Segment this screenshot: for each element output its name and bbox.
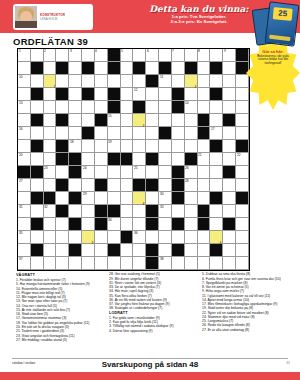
- grid-cell[interactable]: [82, 244, 95, 257]
- grid-cell[interactable]: 18: [69, 140, 82, 153]
- grid-cell[interactable]: [146, 114, 159, 127]
- grid-cell[interactable]: [236, 127, 249, 140]
- grid-cell-black: [172, 88, 185, 101]
- grid-cell-yellow[interactable]: 2: [185, 75, 198, 88]
- clue-column: 5. Dubbas så små ska förstå (8)6. Fumla …: [202, 272, 290, 357]
- grid-cell[interactable]: [236, 88, 249, 101]
- grid-cell[interactable]: [198, 231, 211, 244]
- grid-cell[interactable]: [82, 140, 95, 153]
- grid-cell[interactable]: [185, 88, 198, 101]
- grid-cell[interactable]: [44, 244, 57, 257]
- grid-cell[interactable]: [108, 75, 121, 88]
- clue-number: 15: [108, 114, 112, 117]
- clue-number: 27: [19, 179, 23, 182]
- grid-cell[interactable]: [185, 127, 198, 140]
- grid-cell[interactable]: [95, 192, 108, 205]
- grid-cell[interactable]: [223, 192, 236, 205]
- grid-cell[interactable]: [82, 257, 95, 270]
- grid-cell[interactable]: [198, 62, 211, 75]
- grid-cell[interactable]: 6: [146, 49, 159, 62]
- grid-cell[interactable]: 34: [108, 218, 121, 231]
- grid-cell[interactable]: [56, 231, 69, 244]
- grid-cell[interactable]: [56, 75, 69, 88]
- prize-info: Detta kan du vinna: 1:a pris: Två Sverig…: [138, 4, 260, 32]
- grid-cell[interactable]: 12: [133, 88, 146, 101]
- grid-cell-yellow[interactable]: 6: [210, 231, 223, 244]
- grid-cell[interactable]: [18, 114, 31, 127]
- grid-cell[interactable]: [172, 153, 185, 166]
- grid-cell[interactable]: [121, 205, 134, 218]
- grid-cell[interactable]: [198, 179, 211, 192]
- grid-cell[interactable]: [44, 231, 57, 244]
- grid-cell[interactable]: [223, 101, 236, 114]
- grid-cell-black: [185, 62, 198, 75]
- grid-cell[interactable]: [172, 127, 185, 140]
- grid-cell[interactable]: 13: [18, 101, 31, 114]
- grid-cell[interactable]: [121, 257, 134, 270]
- clue-number: 16: [19, 127, 23, 130]
- grid-cell[interactable]: [146, 192, 159, 205]
- grid-cell[interactable]: [185, 231, 198, 244]
- grid-cell[interactable]: [56, 244, 69, 257]
- grid-cell[interactable]: [82, 114, 95, 127]
- grid-cell[interactable]: [82, 205, 95, 218]
- grid-cell-black: [133, 62, 146, 75]
- grid-cell[interactable]: [95, 166, 108, 179]
- clue-number: 34: [108, 218, 112, 221]
- grid-cell-black: [95, 205, 108, 218]
- grid-cell[interactable]: [69, 62, 82, 75]
- lottery-ticket-front: 25: [265, 1, 300, 46]
- clue-number: 8: [198, 49, 200, 52]
- grid-cell[interactable]: [185, 140, 198, 153]
- grid-cell-black: [56, 62, 69, 75]
- grid-cell[interactable]: [69, 75, 82, 88]
- grid-cell[interactable]: [108, 127, 121, 140]
- grid-cell[interactable]: [82, 179, 95, 192]
- grid-cell-yellow[interactable]: 3: [133, 114, 146, 127]
- grid-cell-black: [31, 88, 44, 101]
- grid-cell[interactable]: [121, 62, 134, 75]
- grid-cell[interactable]: [236, 101, 249, 114]
- grid-cell[interactable]: [18, 244, 31, 257]
- grid-cell-black: [146, 205, 159, 218]
- grid-cell[interactable]: [44, 127, 57, 140]
- clue-number: 19: [108, 140, 112, 143]
- grid-cell-black: [56, 114, 69, 127]
- grid-cell[interactable]: 11: [159, 75, 172, 88]
- grid-cell[interactable]: [82, 153, 95, 166]
- grid-cell[interactable]: [31, 127, 44, 140]
- grid-cell-black: [210, 88, 223, 101]
- clue-number: 29: [83, 192, 87, 195]
- grid-cell[interactable]: [31, 75, 44, 88]
- grid-cell[interactable]: 26: [185, 166, 198, 179]
- grid-cell[interactable]: [223, 75, 236, 88]
- grid-cell-black: [198, 127, 211, 140]
- grid-cell[interactable]: 24: [82, 166, 95, 179]
- clue-number: 24: [83, 166, 87, 169]
- grid-cell[interactable]: [185, 49, 198, 62]
- grid-cell-black: [44, 192, 57, 205]
- grid-cell[interactable]: [198, 88, 211, 101]
- grid-cell[interactable]: [159, 101, 172, 114]
- clue-number: 37: [19, 257, 23, 260]
- grid-cell[interactable]: [133, 257, 146, 270]
- grid-cell[interactable]: [159, 231, 172, 244]
- grid-cell[interactable]: [236, 218, 249, 231]
- grid-cell[interactable]: [44, 62, 57, 75]
- grid-cell-black: [31, 114, 44, 127]
- grid-cell[interactable]: [95, 62, 108, 75]
- grid-cell[interactable]: 37: [18, 257, 31, 270]
- clue-number: 35: [19, 231, 23, 234]
- grid-cell[interactable]: [185, 218, 198, 231]
- grid-cell[interactable]: [108, 192, 121, 205]
- grid-cell[interactable]: [121, 101, 134, 114]
- grid-cell[interactable]: [18, 218, 31, 231]
- grid-cell[interactable]: [121, 127, 134, 140]
- clue-number: 33: [160, 205, 164, 208]
- grid-cell[interactable]: [44, 257, 57, 270]
- crossword-grid[interactable]: 1234567891011121213141531617181920212223…: [17, 48, 250, 271]
- grid-cell[interactable]: [159, 140, 172, 153]
- grid-cell-black: [210, 244, 223, 257]
- grid-cell[interactable]: [82, 218, 95, 231]
- grid-cell[interactable]: [223, 62, 236, 75]
- grid-cell-black: [69, 166, 82, 179]
- grid-cell[interactable]: [223, 153, 236, 166]
- grid-cell[interactable]: [172, 140, 185, 153]
- grid-cell[interactable]: [56, 257, 69, 270]
- grid-cell[interactable]: [108, 166, 121, 179]
- grid-cell[interactable]: 17: [210, 127, 223, 140]
- grid-cell[interactable]: 2: [44, 49, 57, 62]
- grid-cell[interactable]: [121, 75, 134, 88]
- grid-cell[interactable]: [44, 218, 57, 231]
- grid-cell[interactable]: 35: [18, 231, 31, 244]
- grid-cell[interactable]: 33: [159, 205, 172, 218]
- grid-cell[interactable]: [31, 101, 44, 114]
- grid-cell[interactable]: [223, 231, 236, 244]
- grid-cell[interactable]: 4: [95, 49, 108, 62]
- grid-cell[interactable]: [223, 140, 236, 153]
- grid-cell[interactable]: [56, 101, 69, 114]
- clue-number: 22: [237, 153, 241, 156]
- grid-cell[interactable]: [95, 153, 108, 166]
- grid-cell[interactable]: [82, 101, 95, 114]
- avatar-torso: [15, 21, 37, 28]
- grid-cell-yellow[interactable]: 1: [44, 75, 57, 88]
- grid-cell-black: [108, 49, 121, 62]
- page-number: 33: [283, 361, 290, 367]
- grid-cell[interactable]: [210, 179, 223, 192]
- grid-cell[interactable]: [69, 114, 82, 127]
- grid-cell[interactable]: [56, 166, 69, 179]
- grid-cell[interactable]: [69, 179, 82, 192]
- grid-cell[interactable]: [198, 244, 211, 257]
- grid-cell[interactable]: [121, 179, 134, 192]
- clue-number: 23: [44, 166, 48, 169]
- grid-cell[interactable]: [69, 127, 82, 140]
- grid-cell[interactable]: 16: [18, 127, 31, 140]
- grid-cell[interactable]: [108, 179, 121, 192]
- grid-cell[interactable]: [210, 75, 223, 88]
- starburst-body: Bokstäverna i de gula rutorna bildar här…: [257, 54, 289, 65]
- grid-cell[interactable]: [210, 114, 223, 127]
- grid-cell[interactable]: [236, 179, 249, 192]
- grid-cell-black: [223, 166, 236, 179]
- grid-cell[interactable]: [159, 179, 172, 192]
- grid-cell[interactable]: [31, 179, 44, 192]
- grid-cell[interactable]: 25: [133, 166, 146, 179]
- grid-cell-black: [18, 166, 31, 179]
- grid-cell[interactable]: [159, 244, 172, 257]
- grid-cell[interactable]: [133, 205, 146, 218]
- grid-cell[interactable]: 7: [172, 49, 185, 62]
- grid-cell[interactable]: [210, 257, 223, 270]
- grid-cell-black: [159, 62, 172, 75]
- clue-number: 38: [160, 257, 164, 260]
- grid-cell[interactable]: [236, 257, 249, 270]
- grid-cell[interactable]: [69, 205, 82, 218]
- grid-cell[interactable]: [172, 205, 185, 218]
- grid-cell[interactable]: 20: [18, 153, 31, 166]
- grid-cell[interactable]: [133, 153, 146, 166]
- grid-cell[interactable]: [210, 218, 223, 231]
- grid-cell[interactable]: 29: [82, 192, 95, 205]
- grid-cell[interactable]: [159, 49, 172, 62]
- grid-cell[interactable]: [121, 218, 134, 231]
- grid-cell[interactable]: 10: [18, 75, 31, 88]
- grid-cell[interactable]: [18, 88, 31, 101]
- grid-cell[interactable]: [121, 166, 134, 179]
- clue-number: 12: [134, 88, 138, 91]
- grid-cell[interactable]: [44, 140, 57, 153]
- grid-cell[interactable]: [108, 231, 121, 244]
- grid-cell[interactable]: [44, 153, 57, 166]
- grid-cell[interactable]: [223, 244, 236, 257]
- grid-cell[interactable]: [95, 257, 108, 270]
- grid-cell[interactable]: [159, 166, 172, 179]
- grid-cell[interactable]: [146, 88, 159, 101]
- grid-cell[interactable]: [133, 49, 146, 62]
- grid-cell[interactable]: 5: [121, 49, 134, 62]
- grid-cell[interactable]: [198, 166, 211, 179]
- grid-cell[interactable]: [223, 257, 236, 270]
- grid-cell[interactable]: [146, 101, 159, 114]
- clue-number: 10: [19, 75, 23, 78]
- grid-cell[interactable]: [159, 114, 172, 127]
- grid-cell-black: [198, 218, 211, 231]
- grid-cell[interactable]: [146, 140, 159, 153]
- grid-cell[interactable]: [95, 75, 108, 88]
- grid-cell[interactable]: [56, 49, 69, 62]
- grid-cell-black: [236, 192, 249, 205]
- grid-cell[interactable]: [198, 192, 211, 205]
- grid-cell[interactable]: [18, 140, 31, 153]
- grid-cell-black: [172, 179, 185, 192]
- grid-cell[interactable]: [56, 192, 69, 205]
- grid-cell[interactable]: [146, 231, 159, 244]
- grid-cell[interactable]: [172, 231, 185, 244]
- grid-cell-black: [69, 244, 82, 257]
- grid-cell[interactable]: 19: [108, 140, 121, 153]
- grid-cell[interactable]: [44, 88, 57, 101]
- grid-cell[interactable]: 9: [223, 49, 236, 62]
- grid-cell-black: [31, 62, 44, 75]
- grid-cell-yellow[interactable]: 4: [133, 192, 146, 205]
- grid-cell[interactable]: [56, 218, 69, 231]
- grid-cell[interactable]: 28: [185, 179, 198, 192]
- grid-cell-yellow[interactable]: 5: [82, 231, 95, 244]
- grid-cell-black: [133, 101, 146, 114]
- grid-cell[interactable]: [185, 114, 198, 127]
- grid-cell[interactable]: [159, 153, 172, 166]
- grid-cell[interactable]: [121, 244, 134, 257]
- grid-cell[interactable]: [210, 153, 223, 166]
- grid-cell[interactable]: [172, 114, 185, 127]
- grid-cell[interactable]: 30: [159, 192, 172, 205]
- grid-cell-black: [133, 179, 146, 192]
- grid-cell[interactable]: 21: [198, 153, 211, 166]
- grid-cell[interactable]: [69, 231, 82, 244]
- grid-cell[interactable]: [95, 101, 108, 114]
- grid-cell[interactable]: [236, 75, 249, 88]
- grid-cell[interactable]: [133, 218, 146, 231]
- clue-number: 30: [160, 192, 164, 195]
- grid-cell[interactable]: [133, 75, 146, 88]
- grid-cell[interactable]: [95, 244, 108, 257]
- grid-cell[interactable]: [95, 231, 108, 244]
- grid-cell[interactable]: [223, 88, 236, 101]
- grid-cell[interactable]: [121, 88, 134, 101]
- grid-cell[interactable]: [31, 49, 44, 62]
- grid-cell[interactable]: [223, 179, 236, 192]
- grid-cell[interactable]: 32: [44, 205, 57, 218]
- grid-cell[interactable]: [210, 205, 223, 218]
- grid-cell-black: [69, 153, 82, 166]
- grid-cell[interactable]: [236, 114, 249, 127]
- grid-cell[interactable]: [185, 205, 198, 218]
- grid-cell-black: [236, 140, 249, 153]
- clue-number: 20: [19, 153, 23, 156]
- grid-cell[interactable]: [172, 62, 185, 75]
- grid-cell[interactable]: 3: [69, 49, 82, 62]
- grid-cell[interactable]: [31, 153, 44, 166]
- grid-cell[interactable]: 23: [44, 166, 57, 179]
- grid-cell[interactable]: 14: [185, 101, 198, 114]
- grid-cell[interactable]: [95, 88, 108, 101]
- grid-cell[interactable]: [185, 257, 198, 270]
- grid-cell[interactable]: 38: [159, 257, 172, 270]
- grid-cell[interactable]: [95, 140, 108, 153]
- grid-cell[interactable]: [56, 127, 69, 140]
- grid-cell[interactable]: [198, 140, 211, 153]
- grid-cell[interactable]: [198, 75, 211, 88]
- grid-cell[interactable]: [146, 127, 159, 140]
- grid-cell-black: [146, 218, 159, 231]
- grid-cell-black: [146, 244, 159, 257]
- grid-cell[interactable]: [236, 231, 249, 244]
- grid-cell[interactable]: [133, 127, 146, 140]
- grid-cell[interactable]: 22: [236, 153, 249, 166]
- grid-cell[interactable]: [69, 257, 82, 270]
- grid-cell[interactable]: [82, 75, 95, 88]
- grid-cell[interactable]: 31: [18, 205, 31, 218]
- grid-cell[interactable]: 36: [133, 231, 146, 244]
- grid-cell[interactable]: 15: [108, 114, 121, 127]
- grid-cell[interactable]: [108, 257, 121, 270]
- grid-cell-black: [172, 244, 185, 257]
- grid-cell[interactable]: [18, 192, 31, 205]
- grid-cell-black: [210, 62, 223, 75]
- grid-cell[interactable]: [185, 244, 198, 257]
- clue-number: 11: [160, 75, 163, 78]
- grid-cell[interactable]: [210, 166, 223, 179]
- grid-cell[interactable]: [172, 257, 185, 270]
- clue-section-header: VÅGRÄTT: [16, 273, 104, 277]
- prize-line-2: 2:a-3:e pris: En Sverigelott.: [165, 19, 232, 24]
- grid-cell[interactable]: [18, 62, 31, 75]
- grid-cell[interactable]: [210, 49, 223, 62]
- grid-cell[interactable]: [82, 49, 95, 62]
- grid-cell[interactable]: [159, 88, 172, 101]
- grid-cell[interactable]: [44, 101, 57, 114]
- grid-cell[interactable]: [31, 231, 44, 244]
- grid-cell[interactable]: [31, 205, 44, 218]
- grid-cell-black: [56, 153, 69, 166]
- grid-cell[interactable]: [223, 127, 236, 140]
- grid-cell[interactable]: [44, 179, 57, 192]
- grid-cell[interactable]: [69, 101, 82, 114]
- grid-cell-black: [31, 244, 44, 257]
- grid-cell-black: [236, 49, 249, 62]
- grid-cell-black: [95, 218, 108, 231]
- grid-cell[interactable]: [198, 101, 211, 114]
- ticket-value-badge: 25: [273, 7, 293, 21]
- grid-cell[interactable]: [95, 127, 108, 140]
- grid-cell[interactable]: [223, 205, 236, 218]
- grid-cell[interactable]: [133, 244, 146, 257]
- grid-cell[interactable]: [133, 140, 146, 153]
- grid-cell[interactable]: [121, 140, 134, 153]
- grid-cell[interactable]: [236, 244, 249, 257]
- grid-cell[interactable]: [198, 257, 211, 270]
- grid-cell[interactable]: 1: [18, 49, 31, 62]
- grid-cell[interactable]: [146, 166, 159, 179]
- grid-cell[interactable]: [121, 114, 134, 127]
- grid-cell[interactable]: [210, 101, 223, 114]
- grid-cell[interactable]: [159, 218, 172, 231]
- grid-cell[interactable]: [172, 75, 185, 88]
- clue-item: 27. Er är alla utan undantag (8): [202, 327, 290, 331]
- grid-cell[interactable]: [44, 114, 57, 127]
- grid-cell[interactable]: [31, 257, 44, 270]
- grid-cell[interactable]: [121, 192, 134, 205]
- grid-cell-black: [172, 192, 185, 205]
- grid-cell[interactable]: [185, 192, 198, 205]
- grid-cell[interactable]: [69, 88, 82, 101]
- grid-cell[interactable]: [146, 62, 159, 75]
- grid-cell-black: [56, 179, 69, 192]
- grid-cell[interactable]: [236, 166, 249, 179]
- grid-cell[interactable]: [236, 205, 249, 218]
- grid-cell-black: [210, 192, 223, 205]
- clue-item: 4. Dörrar före uppassning (9): [109, 328, 197, 332]
- grid-cell[interactable]: 8: [198, 49, 211, 62]
- grid-cell[interactable]: 27: [18, 179, 31, 192]
